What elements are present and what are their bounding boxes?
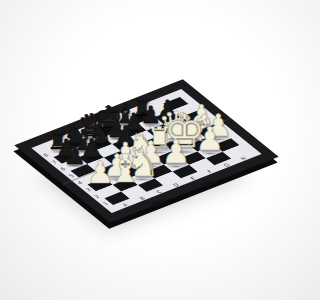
clasp-tab (201, 180, 217, 188)
file-label-a: A (120, 202, 130, 208)
file-label-b: B (137, 195, 147, 201)
file-label-h: H (238, 155, 248, 161)
file-label-g: G (221, 162, 231, 168)
chess-board: ABCDEFGH 12345678 (45, 97, 248, 205)
file-label-d: D (170, 182, 180, 188)
file-label-e: E (187, 175, 197, 181)
product-photo-scene: ABCDEFGH 12345678 ♜♞♛♚♝♜♟♝♞♟♟♟♟♟♟♟♟♟♞♜♛♝… (0, 0, 300, 300)
file-label-c: C (154, 188, 164, 194)
clasp-tab (151, 199, 167, 207)
file-label-f: F (204, 168, 214, 174)
